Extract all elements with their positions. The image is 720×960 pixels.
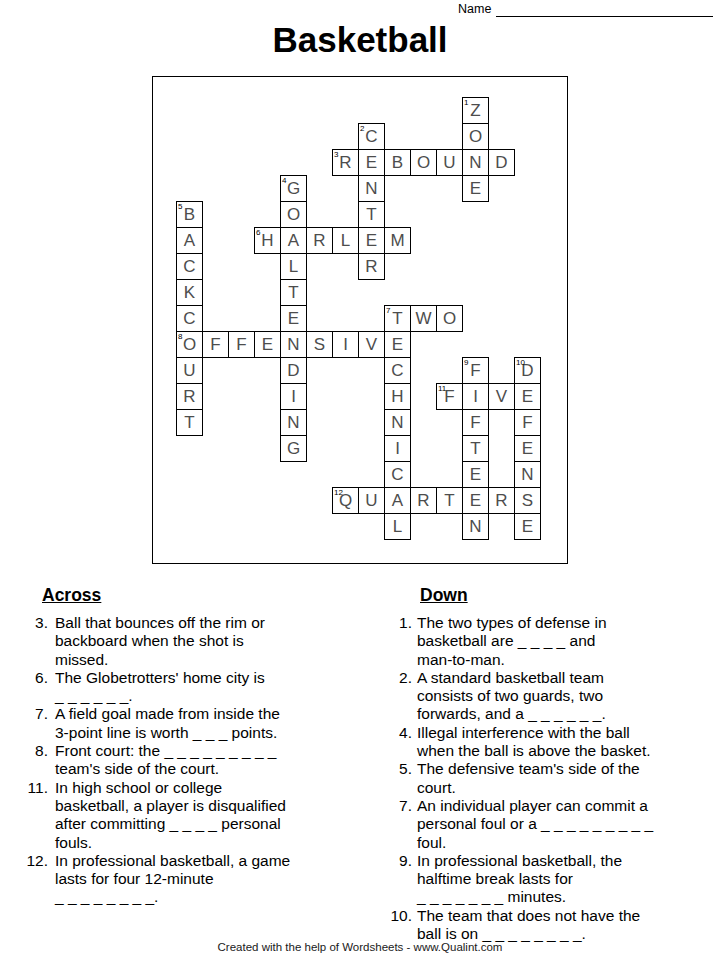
cell-r2-c11[interactable]: N [462,149,489,176]
cell-r6-c0[interactable]: C [176,253,203,280]
cell-letter: S [307,332,332,358]
cell-r11-c4[interactable]: I [280,383,307,410]
cell-letter: V [359,332,384,358]
across-clue-3: 3.Ball that bounces off the rim or backb… [15,614,360,669]
cell-r2-c12[interactable]: D [488,149,515,176]
clue-num-label: 5. [370,760,412,778]
cell-r5-c7[interactable]: E [358,227,385,254]
cell-r13-c8[interactable]: I [384,435,411,462]
cell-letter: F [229,332,254,358]
clue-number-5: 5 [178,202,182,211]
across-section: Across 3.Ball that bounces off the rim o… [15,585,360,907]
crossword-board: 1Z2CO3REBOUND4GNE5BOTA6HARLEMCLRKTCE7TWO… [152,76,568,564]
cell-r7-c4[interactable]: T [280,279,307,306]
cell-letter: E [515,384,540,410]
down-clue-list: 1.The two types of defense in basketball… [370,614,718,943]
cell-r6-c7[interactable]: R [358,253,385,280]
cell-letter: C [177,254,202,280]
cell-letter: I [333,332,358,358]
cell-letter: T [177,410,202,436]
cell-r14-c8[interactable]: C [384,461,411,488]
cell-letter: E [281,306,306,332]
cell-r2-c9[interactable]: O [410,149,437,176]
down-header: Down [420,585,718,606]
cell-letter: T [359,202,384,228]
cell-letter: E [463,176,488,202]
cell-r15-c11[interactable]: E [462,487,489,514]
down-clue-4: 4.Illegal interference with the ball whe… [370,724,718,761]
across-clue-8: 8.Front court: the _ _ _ _ _ _ _ _ _ tea… [15,742,360,779]
cell-letter: E [359,228,384,254]
cell-letter: N [463,514,488,540]
cell-r5-c3[interactable]: 6H [254,227,281,254]
clue-num-label: 7. [15,705,48,723]
cell-letter: R [359,254,384,280]
clue-number-11: 11 [438,384,446,393]
cell-r12-c4[interactable]: N [280,409,307,436]
clue-num-label: 4. [370,724,412,742]
clue-text: Illegal interference with the ball when … [417,724,651,761]
cell-r12-c8[interactable]: N [384,409,411,436]
across-clue-list: 3.Ball that bounces off the rim or backb… [15,614,360,907]
clue-number-1: 1 [464,98,468,107]
cell-r9-c1[interactable]: F [202,331,229,358]
cell-r15-c13[interactable]: S [514,487,541,514]
cell-letter: N [359,176,384,202]
cell-r9-c0[interactable]: 8O [176,331,203,358]
cell-r15-c10[interactable]: T [436,487,463,514]
clue-number-3: 3 [334,150,338,159]
cell-r9-c7[interactable]: V [358,331,385,358]
clue-number-6: 6 [256,228,260,237]
cell-r9-c3[interactable]: E [254,331,281,358]
cell-letter: O [281,202,306,228]
cell-r5-c6[interactable]: L [332,227,359,254]
clue-number-7: 7 [386,306,390,315]
cell-letter: E [255,332,280,358]
cell-letter: T [463,436,488,462]
cell-letter: I [281,384,306,410]
cell-r13-c11[interactable]: T [462,435,489,462]
cell-letter: L [385,514,410,540]
clue-number-12: 12 [334,488,343,497]
across-clue-7: 7.A field goal made from inside the 3-po… [15,705,360,742]
across-header: Across [42,585,360,606]
cell-r15-c8[interactable]: A [384,487,411,514]
down-clue-5: 5.The defensive team's side of the court… [370,760,718,797]
cell-r11-c8[interactable]: H [384,383,411,410]
clue-num-label: 2. [370,669,412,687]
cell-r7-c0[interactable]: K [176,279,203,306]
cell-r2-c8[interactable]: B [384,149,411,176]
cell-letter: H [385,384,410,410]
cell-letter: W [411,306,436,332]
cell-letter: U [359,488,384,514]
cell-letter: O [437,306,462,332]
clue-text: An individual player can commit a person… [417,797,653,852]
cell-r15-c9[interactable]: R [410,487,437,514]
cell-letter: R [177,384,202,410]
cell-letter: A [281,228,306,254]
cell-letter: C [385,462,410,488]
cell-r16-c11[interactable]: N [462,513,489,540]
cell-r8-c8[interactable]: 7T [384,305,411,332]
cell-r1-c11[interactable]: O [462,123,489,150]
cell-r3-c4[interactable]: 4G [280,175,307,202]
cell-r9-c6[interactable]: I [332,331,359,358]
cell-r5-c8[interactable]: M [384,227,411,254]
cell-r8-c4[interactable]: E [280,305,307,332]
clue-text: In high school or college basketball, a … [55,779,286,852]
cell-letter: T [437,488,462,514]
cell-letter: N [385,410,410,436]
cell-r4-c7[interactable]: T [358,201,385,228]
clue-text: The defensive team's side of the court. [417,760,640,797]
cell-r5-c4[interactable]: A [280,227,307,254]
name-label: Name [458,2,491,16]
cell-letter: I [385,436,410,462]
clue-num-label: 10. [370,907,412,925]
cell-letter: N [515,462,540,488]
clue-text: A standard basketball team consists of t… [417,669,606,724]
down-clue-7: 7.An individual player can commit a pers… [370,797,718,852]
cell-r9-c8[interactable]: E [384,331,411,358]
cell-r3-c11[interactable]: E [462,175,489,202]
cell-r5-c0[interactable]: A [176,227,203,254]
cell-r9-c5[interactable]: S [306,331,333,358]
down-clue-1: 1.The two types of defense in basketball… [370,614,718,669]
cell-letter: G [281,436,306,462]
clue-text: The two types of defense in basketball a… [417,614,607,669]
cell-letter: C [385,358,410,384]
cell-r10-c0[interactable]: U [176,357,203,384]
clue-number-8: 8 [178,332,182,341]
cell-letter: S [515,488,540,514]
clue-num-label: 11. [15,779,48,797]
across-clue-6: 6.The Globetrotters' home city is _ _ _ … [15,669,360,706]
cell-r4-c0[interactable]: 5B [176,201,203,228]
cell-letter: L [281,254,306,280]
cell-letter: N [463,150,488,176]
cell-letter: E [359,150,384,176]
clue-num-label: 12. [15,852,48,870]
cell-r10-c11[interactable]: 9F [462,357,489,384]
cell-letter: E [515,436,540,462]
cell-letter: U [177,358,202,384]
cell-letter: E [463,488,488,514]
cell-letter: I [463,384,488,410]
cell-r15-c7[interactable]: U [358,487,385,514]
cell-r14-c11[interactable]: E [462,461,489,488]
cell-r2-c7[interactable]: E [358,149,385,176]
clue-text: The team that does not have the ball is … [417,907,640,944]
cell-r10-c13[interactable]: 10D [514,357,541,384]
cell-r11-c11[interactable]: I [462,383,489,410]
cell-letter: K [177,280,202,306]
cell-r12-c0[interactable]: T [176,409,203,436]
cell-letter: R [307,228,332,254]
cell-letter: N [281,332,306,358]
cell-letter: R [489,488,514,514]
cell-r16-c13[interactable]: E [514,513,541,540]
clue-num-label: 3. [15,614,48,632]
clue-text: In professional basketball, the halftime… [417,852,622,907]
clue-text: Front court: the _ _ _ _ _ _ _ _ _ team'… [55,742,276,779]
cell-letter: U [437,150,462,176]
cell-r2-c10[interactable]: U [436,149,463,176]
cell-letter: V [489,384,514,410]
footer-credit: Created with the help of Wordsheets - ww… [0,941,720,953]
cell-r2-c6[interactable]: 3R [332,149,359,176]
down-clue-2: 2.A standard basketball team consists of… [370,669,718,724]
cell-r11-c13[interactable]: E [514,383,541,410]
cell-letter: F [203,332,228,358]
crossword-grid: 1Z2CO3REBOUND4GNE5BOTA6HARLEMCLRKTCE7TWO… [176,97,541,540]
clue-number-4: 4 [282,176,286,185]
cell-letter: E [515,514,540,540]
cell-r8-c0[interactable]: C [176,305,203,332]
cell-r11-c0[interactable]: R [176,383,203,410]
across-clue-11: 11.In high school or college basketball,… [15,779,360,852]
cell-r15-c12[interactable]: R [488,487,515,514]
cell-letter: O [411,150,436,176]
cell-r15-c6[interactable]: 12Q [332,487,359,514]
cell-r13-c4[interactable]: G [280,435,307,462]
cell-letter: R [411,488,436,514]
clue-text: Ball that bounces off the rim or backboa… [55,614,265,669]
cell-r8-c9[interactable]: W [410,305,437,332]
cell-letter: N [281,410,306,436]
clue-num-label: 8. [15,742,48,760]
down-clue-10: 10.The team that does not have the ball … [370,907,718,944]
cell-letter: O [463,124,488,150]
clue-number-2: 2 [360,124,364,133]
cell-r9-c4[interactable]: N [280,331,307,358]
cell-letter: D [489,150,514,176]
cell-r10-c8[interactable]: C [384,357,411,384]
cell-r3-c7[interactable]: N [358,175,385,202]
clue-num-label: 7. [370,797,412,815]
cell-letter: B [385,150,410,176]
clue-num-label: 9. [370,852,412,870]
cell-r11-c12[interactable]: V [488,383,515,410]
clue-num-label: 1. [370,614,412,632]
cell-r8-c10[interactable]: O [436,305,463,332]
clue-num-label: 6. [15,669,48,687]
clue-number-9: 9 [464,358,468,367]
cell-r4-c4[interactable]: O [280,201,307,228]
cell-r13-c13[interactable]: E [514,435,541,462]
cell-letter: T [281,280,306,306]
cell-letter: C [177,306,202,332]
cell-r10-c4[interactable]: D [280,357,307,384]
cell-letter: M [385,228,410,254]
cell-letter: F [463,410,488,436]
cell-r9-c2[interactable]: F [228,331,255,358]
cell-r0-c11[interactable]: 1Z [462,97,489,124]
cell-r12-c13[interactable]: F [514,409,541,436]
clue-text: The Globetrotters' home city is _ _ _ _ … [55,669,265,706]
cell-letter: D [281,358,306,384]
down-section: Down 1.The two types of defense in baske… [370,585,718,943]
cell-letter: F [515,410,540,436]
cell-r5-c5[interactable]: R [306,227,333,254]
cell-r14-c13[interactable]: N [514,461,541,488]
cell-letter: A [177,228,202,254]
cell-r11-c10[interactable]: 11F [436,383,463,410]
cell-r16-c8[interactable]: L [384,513,411,540]
clue-number-10: 10 [516,358,525,367]
cell-letter: L [333,228,358,254]
clue-text: A field goal made from inside the 3-poin… [55,705,280,742]
cell-r12-c11[interactable]: F [462,409,489,436]
cell-letter: E [385,332,410,358]
cell-r6-c4[interactable]: L [280,253,307,280]
page-title: Basketball [0,20,720,60]
clue-text: In professional basketball, a game lasts… [55,852,290,907]
cell-letter: E [463,462,488,488]
across-clue-12: 12.In professional basketball, a game la… [15,852,360,907]
name-input-line[interactable] [496,1,713,17]
cell-letter: A [385,488,410,514]
down-clue-9: 9.In professional basketball, the halfti… [370,852,718,907]
cell-r1-c7[interactable]: 2C [358,123,385,150]
